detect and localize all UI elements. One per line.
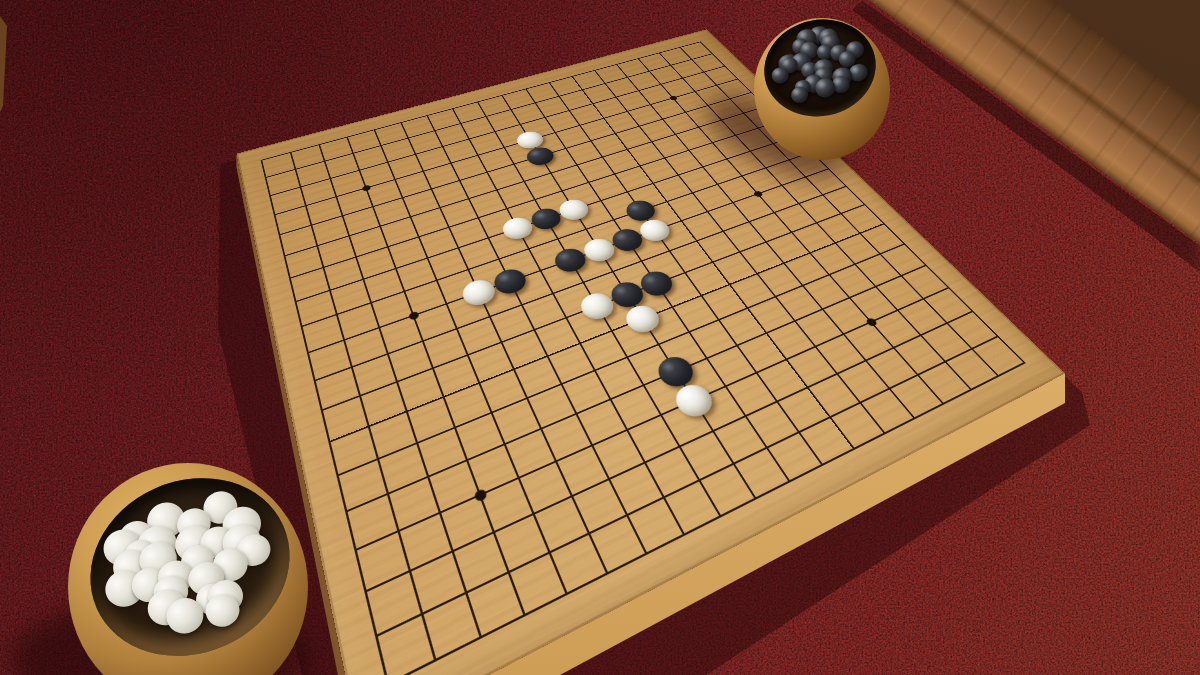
star-point <box>407 311 419 321</box>
white-stone-bowl[interactable] <box>60 455 316 675</box>
grid-line <box>374 129 569 595</box>
grid-line <box>400 122 609 575</box>
star-point <box>473 488 487 503</box>
grid-line <box>336 243 905 477</box>
scene <box>0 0 1200 675</box>
black-stone-bowl[interactable] <box>750 14 894 164</box>
star-point <box>361 184 371 191</box>
stone-black[interactable] <box>490 266 530 298</box>
